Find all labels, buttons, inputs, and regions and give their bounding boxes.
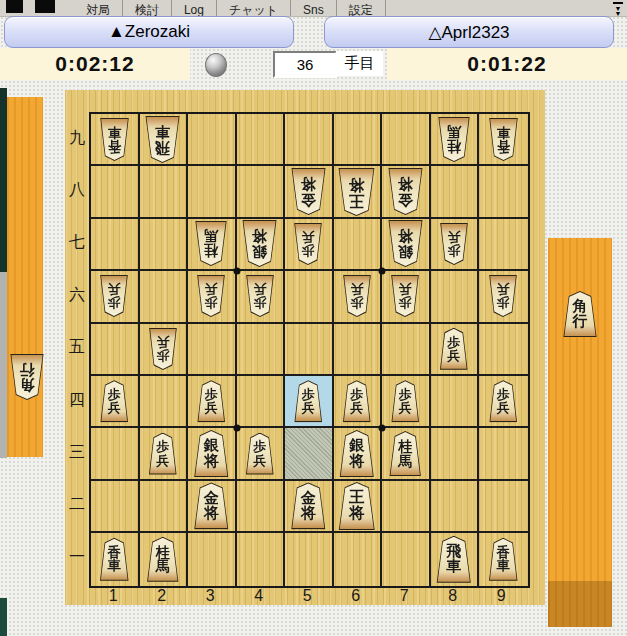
board-cell[interactable] [334,324,383,376]
board-cell[interactable] [140,481,189,533]
piece-kanji: 兵 [108,401,121,414]
board-cell[interactable] [431,428,480,480]
board-cell[interactable]: 飛車 [140,114,189,166]
piece-kanji: 角 [20,377,35,392]
board-cell[interactable] [285,533,334,585]
star-point [233,268,240,275]
piece-kanji: 将 [301,176,316,191]
piece-kanji: 歩 [399,388,412,401]
piece-kanji: 歩 [156,349,169,362]
board-cell[interactable]: 金将 [285,481,334,533]
piece-kanji: 歩 [350,296,363,309]
piece-金将[interactable]: 金将 [290,168,327,215]
board-cell[interactable] [431,271,480,323]
file-label: 3 [186,587,235,605]
piece-kanji: 兵 [350,283,363,296]
piece-角行[interactable]: 角行 [9,354,45,400]
piece-kanji: 銀 [252,244,267,259]
file-label: 9 [477,587,526,605]
piece-kanji: 歩 [302,388,315,401]
rank-label: 三 [67,426,87,478]
file-labels: 123456789 [89,587,526,605]
left-clock: 0:02:12 [0,48,190,80]
piece-歩兵[interactable]: 歩兵 [439,328,469,370]
board-cell[interactable] [188,166,237,218]
board-cell[interactable] [140,166,189,218]
board-cell[interactable]: 銀将 [382,219,431,271]
piece-kanji: 兵 [302,401,315,414]
file-label: 1 [89,587,138,605]
piece-kanji: 兵 [350,401,363,414]
piece-歩兵[interactable]: 歩兵 [390,380,420,422]
menu-item[interactable]: Log [172,0,217,17]
board-cell[interactable] [479,219,528,271]
window-edge [0,598,7,636]
piece-歩兵[interactable]: 歩兵 [342,380,372,422]
board-cell[interactable]: 歩兵 [91,271,140,323]
piece-kanji: 歩 [108,388,121,401]
piece-kanji: 歩 [205,296,218,309]
window-edge [0,272,7,458]
piece-桂馬[interactable]: 桂馬 [388,431,422,476]
piece-桂馬[interactable]: 桂馬 [194,221,228,266]
board-cell[interactable] [237,324,286,376]
board-cell[interactable] [334,219,383,271]
board-cell[interactable] [334,114,383,166]
piece-王将[interactable]: 王将 [337,482,376,530]
piece-kanji: 兵 [253,283,266,296]
board-cell[interactable]: 歩兵 [285,376,334,428]
board-cell[interactable]: 金将 [382,166,431,218]
menu-item[interactable]: 検討 [123,0,172,17]
board-cell[interactable] [140,376,189,428]
board-cell[interactable]: 歩兵 [140,428,189,480]
shogi-board: 九八七六五四三二一 香車飛車桂馬香車金将王将金将桂馬銀将歩兵銀将歩兵歩兵歩兵歩兵… [65,90,545,605]
turn-indicator-orb [205,53,227,77]
piece-kanji: 馬 [156,559,170,573]
board-cell[interactable]: 歩兵 [140,324,189,376]
board-grid: 香車飛車桂馬香車金将王将金将桂馬銀将歩兵銀将歩兵歩兵歩兵歩兵歩兵歩兵歩兵歩兵歩兵… [89,112,530,588]
piece-kanji: 将 [349,176,365,192]
piece-kanji: 歩 [350,388,363,401]
piece-歩兵[interactable]: 歩兵 [488,275,518,317]
star-point [379,268,386,275]
file-label: 2 [138,587,187,605]
piece-桂馬[interactable]: 桂馬 [437,117,471,162]
piece-歩兵[interactable]: 歩兵 [148,328,178,370]
board-cell[interactable] [285,271,334,323]
file-label: 6 [332,587,381,605]
board-cell[interactable]: 桂馬 [188,219,237,271]
board-cell[interactable] [237,481,286,533]
board-cell[interactable]: 歩兵 [479,271,528,323]
board-cell[interactable]: 銀将 [237,219,286,271]
board-cell[interactable]: 銀将 [188,428,237,480]
board-cell[interactable] [91,428,140,480]
piece-飛車[interactable]: 飛車 [144,116,181,163]
rank-label: 八 [67,164,87,216]
piece-kanji: 兵 [399,401,412,414]
piece-kanji: 車 [108,559,122,573]
gote-player-button[interactable]: △Aprl2323 [324,16,614,48]
piece-kanji: 行 [20,362,35,377]
gote-captured-stand[interactable]: 角行 [548,238,612,627]
piece-kanji: 桂 [156,545,170,559]
board-cell[interactable]: 桂馬 [431,114,480,166]
board-cell[interactable]: 歩兵 [382,271,431,323]
piece-kanji: 車 [155,124,170,139]
piece-kanji: 兵 [497,283,510,296]
piece-kanji: 兵 [302,231,315,244]
piece-kanji: 歩 [447,244,460,257]
piece-kanji: 兵 [497,401,510,414]
board-cell[interactable] [431,481,480,533]
board-cell[interactable]: 歩兵 [285,219,334,271]
board-cell[interactable]: 銀将 [334,428,383,480]
menu-item[interactable]: 設定 [337,0,386,17]
piece-kanji: 金 [301,192,316,207]
piece-kanji: 歩 [253,440,266,453]
piece-歩兵[interactable]: 歩兵 [439,223,469,265]
piece-香車[interactable]: 香車 [99,538,130,581]
piece-kanji: 将 [301,506,316,521]
piece-kanji: 馬 [204,230,218,244]
piece-銀将[interactable]: 銀将 [193,430,230,477]
window-edge [0,88,7,272]
board-cell[interactable] [285,114,334,166]
menu-bar: 対局検討LogチャットSns設定 ▼▼ [0,0,627,17]
board-cell[interactable] [237,114,286,166]
sente-player-button[interactable]: ▲Zerozaki [4,16,294,48]
board-cell[interactable]: 桂馬 [382,428,431,480]
piece-kanji: 将 [252,229,267,244]
piece-歩兵[interactable]: 歩兵 [148,433,178,475]
piece-金将[interactable]: 金将 [290,482,327,529]
board-cell[interactable]: 歩兵 [188,271,237,323]
piece-kanji: 兵 [447,349,460,362]
piece-kanji: 馬 [447,125,461,139]
piece-kanji: 車 [108,125,122,139]
piece-kanji: 兵 [399,283,412,296]
piece-kanji: 車 [446,559,461,574]
sente-captured-stand[interactable]: 角行 [7,97,43,457]
rank-labels: 九八七六五四三二一 [67,112,87,584]
board-cell[interactable]: 歩兵 [431,219,480,271]
piece-歩兵[interactable]: 歩兵 [488,380,518,422]
board-cell[interactable]: 歩兵 [382,376,431,428]
move-number-input[interactable] [273,51,337,78]
board-cell[interactable]: 歩兵 [188,376,237,428]
board-cell[interactable] [431,376,480,428]
rank-label: 六 [67,269,87,321]
piece-kanji: 車 [497,125,511,139]
board-cell[interactable]: 香車 [91,114,140,166]
piece-kanji: 兵 [156,454,169,467]
star-point [379,425,386,432]
piece-kanji: 歩 [108,296,121,309]
board-cell[interactable]: 王将 [334,481,383,533]
piece-kanji: 金 [398,192,413,207]
board-cell[interactable] [479,428,528,480]
piece-歩兵[interactable]: 歩兵 [99,380,129,422]
piece-kanji: 香 [108,139,122,153]
gote-player-label: △Aprl2323 [428,22,509,43]
piece-香車[interactable]: 香車 [488,118,519,161]
piece-kanji: 兵 [253,454,266,467]
board-cell[interactable]: 香車 [479,114,528,166]
board-cell[interactable]: 香車 [91,533,140,585]
menu-item[interactable]: Sns [291,0,337,17]
piece-kanji: 将 [349,454,364,469]
file-label: 4 [235,587,284,605]
board-cell[interactable] [91,166,140,218]
rank-label: 一 [67,531,87,583]
piece-kanji: 兵 [205,283,218,296]
board-cell[interactable] [431,166,480,218]
piece-歩兵[interactable]: 歩兵 [293,223,323,265]
rank-label: 四 [67,374,87,426]
piece-kanji: 銀 [398,244,413,259]
file-label: 7 [380,587,429,605]
piece-角行[interactable]: 角行 [562,291,598,337]
piece-kanji: 将 [204,454,219,469]
board-cell[interactable]: 歩兵 [237,271,286,323]
board-cell[interactable] [91,219,140,271]
board-cell[interactable]: 飛車 [431,533,480,585]
piece-kanji: 歩 [399,296,412,309]
board-cell[interactable]: 金将 [188,481,237,533]
piece-kanji: 歩 [205,388,218,401]
piece-kanji: 桂 [204,244,218,258]
piece-kanji: 将 [398,229,413,244]
window-icon[interactable] [6,0,23,13]
piece-kanji: 車 [497,559,511,573]
piece-kanji: 兵 [108,283,121,296]
sente-player-label: ▲Zerozaki [108,22,190,42]
piece-歩兵[interactable]: 歩兵 [245,433,275,475]
board-cell[interactable]: 歩兵 [91,376,140,428]
shogi-client-window: 対局検討LogチャットSns設定 ▼▼ ▲Zerozaki △Aprl2323 … [0,0,627,636]
piece-kanji: 歩 [253,296,266,309]
menu-item[interactable]: 対局 [74,0,123,17]
menu-items: 対局検討LogチャットSns設定 [74,0,386,17]
menu-item[interactable]: チャット [217,0,291,17]
piece-kanji: 飛 [155,139,170,154]
board-cell[interactable] [237,376,286,428]
rank-label: 二 [67,479,87,531]
piece-歩兵[interactable]: 歩兵 [196,275,226,317]
board-cell[interactable] [382,533,431,585]
piece-kanji: 将 [349,506,365,522]
window-icon[interactable] [35,0,55,13]
file-label: 8 [429,587,478,605]
board-cell[interactable] [237,533,286,585]
piece-kanji: 桂 [447,139,461,153]
stand-shadow [548,581,612,627]
piece-kanji: 歩 [302,244,315,257]
piece-kanji: 将 [204,506,219,521]
board-cell[interactable] [188,533,237,585]
board-cell[interactable] [285,324,334,376]
piece-kanji: 兵 [205,401,218,414]
piece-銀将[interactable]: 銀将 [338,430,375,477]
piece-kanji: 馬 [398,454,412,468]
board-cell[interactable] [285,428,334,480]
board-cell[interactable] [382,114,431,166]
piece-kanji: 兵 [447,231,460,244]
piece-桂馬[interactable]: 桂馬 [146,537,180,582]
piece-kanji: 歩 [447,336,460,349]
piece-歩兵[interactable]: 歩兵 [99,275,129,317]
board-cell[interactable] [479,324,528,376]
board-cell[interactable] [237,166,286,218]
piece-kanji: 歩 [497,388,510,401]
board-cell[interactable]: 歩兵 [479,376,528,428]
board-cell[interactable] [91,481,140,533]
piece-kanji: 歩 [497,296,510,309]
board-cell[interactable] [188,114,237,166]
board-cell[interactable]: 香車 [479,533,528,585]
rank-label: 五 [67,322,87,374]
piece-歩兵[interactable]: 歩兵 [390,275,420,317]
piece-金将[interactable]: 金将 [193,482,230,529]
board-cell[interactable] [140,219,189,271]
piece-kanji: 兵 [156,336,169,349]
piece-香車[interactable]: 香車 [99,118,130,161]
right-clock: 0:01:22 [387,48,627,80]
board-cell[interactable]: 歩兵 [334,271,383,323]
piece-王将[interactable]: 王将 [337,168,376,216]
board-cell[interactable] [188,324,237,376]
piece-歩兵[interactable]: 歩兵 [293,380,323,422]
move-counter-label: 手目 [336,51,383,76]
piece-飛車[interactable]: 飛車 [435,536,472,583]
board-cell[interactable] [334,533,383,585]
rank-label: 七 [67,217,87,269]
board-cell[interactable] [479,166,528,218]
board-cell[interactable]: 王将 [334,166,383,218]
piece-金将[interactable]: 金将 [387,168,424,215]
piece-kanji: 桂 [398,439,412,453]
board-cell[interactable]: 歩兵 [237,428,286,480]
board-cell[interactable] [479,481,528,533]
piece-kanji: 歩 [156,440,169,453]
piece-kanji: 香 [497,139,511,153]
star-point [233,425,240,432]
board-cell[interactable] [140,271,189,323]
piece-歩兵[interactable]: 歩兵 [342,275,372,317]
board-cell[interactable] [382,324,431,376]
piece-歩兵[interactable]: 歩兵 [196,380,226,422]
board-cell[interactable]: 桂馬 [140,533,189,585]
board-cell[interactable]: 歩兵 [334,376,383,428]
piece-香車[interactable]: 香車 [488,538,519,581]
piece-歩兵[interactable]: 歩兵 [245,275,275,317]
piece-kanji: 将 [398,176,413,191]
board-cell[interactable]: 金将 [285,166,334,218]
piece-銀将[interactable]: 銀将 [387,220,424,267]
scroll-down-icon[interactable]: ▼▼ [611,1,625,15]
piece-kanji: 行 [573,314,588,329]
board-cell[interactable]: 歩兵 [431,324,480,376]
piece-銀将[interactable]: 銀将 [241,220,278,267]
file-label: 5 [283,587,332,605]
board-cell[interactable] [91,324,140,376]
board-cell[interactable] [382,481,431,533]
rank-label: 九 [67,112,87,164]
